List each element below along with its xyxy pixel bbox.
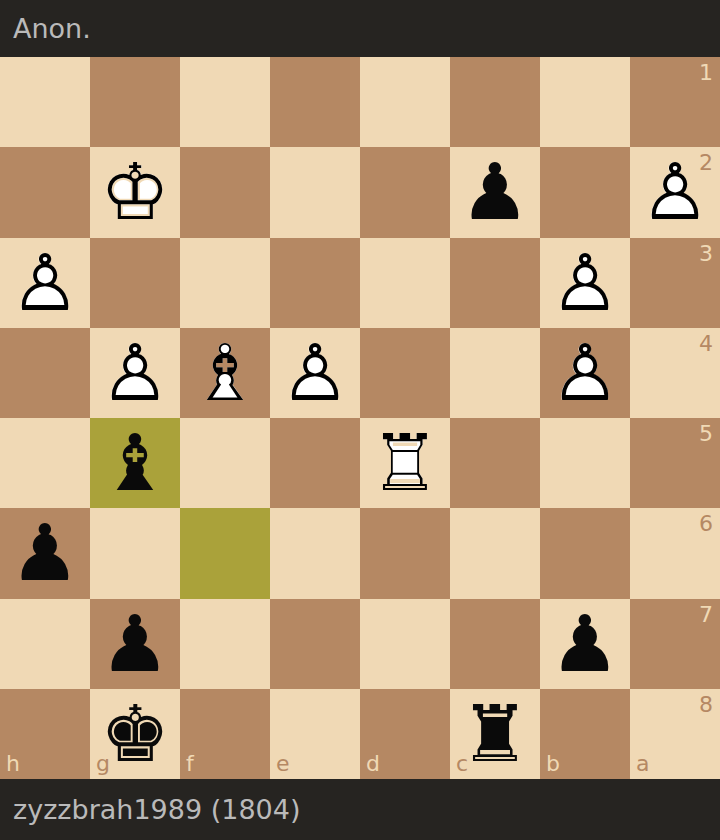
square-e1[interactable] — [270, 57, 360, 147]
black-pawn-piece[interactable]: ♟ — [90, 599, 180, 689]
square-g5[interactable]: ♝ — [90, 418, 180, 508]
black-pawn-piece[interactable]: ♟ — [450, 147, 540, 237]
square-g3[interactable] — [90, 238, 180, 328]
rank-label-1: 1 — [699, 62, 713, 84]
square-d1[interactable] — [360, 57, 450, 147]
square-b3[interactable]: ♟♙ — [540, 238, 630, 328]
square-b2[interactable] — [540, 147, 630, 237]
square-e7[interactable] — [270, 599, 360, 689]
black-piece-fill: ♟ — [90, 599, 180, 689]
square-b5[interactable] — [540, 418, 630, 508]
square-e6[interactable] — [270, 508, 360, 598]
square-b6[interactable] — [540, 508, 630, 598]
square-a8[interactable]: 8a — [630, 689, 720, 779]
black-piece-fill: ♟ — [540, 599, 630, 689]
black-piece-fill: ♝ — [90, 418, 180, 508]
white-piece-outline: ♔ — [90, 147, 180, 237]
square-a5[interactable]: 5 — [630, 418, 720, 508]
black-king-piece[interactable]: ♚ — [90, 689, 180, 779]
player-bar: zyzzbrah1989 (1804) — [0, 779, 720, 840]
white-pawn-piece[interactable]: ♟♙ — [540, 238, 630, 328]
white-pawn-piece[interactable]: ♟♙ — [630, 147, 720, 237]
white-piece-outline: ♖ — [360, 418, 450, 508]
square-g8[interactable]: ♚g — [90, 689, 180, 779]
square-g7[interactable]: ♟ — [90, 599, 180, 689]
square-f8[interactable]: f — [180, 689, 270, 779]
white-piece-outline: ♙ — [90, 328, 180, 418]
square-f4[interactable]: ♝♗ — [180, 328, 270, 418]
square-h4[interactable] — [0, 328, 90, 418]
square-g2[interactable]: ♚♔ — [90, 147, 180, 237]
black-pawn-piece[interactable]: ♟ — [0, 508, 90, 598]
square-g1[interactable] — [90, 57, 180, 147]
square-d2[interactable] — [360, 147, 450, 237]
square-a4[interactable]: 4 — [630, 328, 720, 418]
rank-label-6: 6 — [699, 513, 713, 535]
player-name: zyzzbrah1989 (1804) — [13, 794, 300, 825]
square-d5[interactable]: ♜♖ — [360, 418, 450, 508]
square-h7[interactable] — [0, 599, 90, 689]
square-c6[interactable] — [450, 508, 540, 598]
file-label-h: h — [6, 753, 20, 775]
square-a3[interactable]: 3 — [630, 238, 720, 328]
white-pawn-piece[interactable]: ♟♙ — [0, 238, 90, 328]
black-piece-fill: ♟ — [450, 147, 540, 237]
square-a6[interactable]: 6 — [630, 508, 720, 598]
white-king-piece[interactable]: ♚♔ — [90, 147, 180, 237]
white-piece-outline: ♙ — [540, 238, 630, 328]
white-rook-piece[interactable]: ♜♖ — [360, 418, 450, 508]
rank-label-5: 5 — [699, 423, 713, 445]
rank-label-8: 8 — [699, 694, 713, 716]
rank-label-4: 4 — [699, 333, 713, 355]
square-a1[interactable]: 1 — [630, 57, 720, 147]
square-c2[interactable]: ♟ — [450, 147, 540, 237]
black-bishop-piece[interactable]: ♝ — [90, 418, 180, 508]
square-d4[interactable] — [360, 328, 450, 418]
black-piece-fill: ♟ — [0, 508, 90, 598]
square-g4[interactable]: ♟♙ — [90, 328, 180, 418]
black-pawn-piece[interactable]: ♟ — [540, 599, 630, 689]
square-d8[interactable]: d — [360, 689, 450, 779]
chess-board[interactable]: 1♚♔♟♟♙2♟♙♟♙3♟♙♝♗♟♙♟♙4♝♜♖5♟6♟♟7h♚gfed♜cb8… — [0, 57, 720, 779]
black-piece-fill: ♜ — [450, 689, 540, 779]
opponent-name: Anon. — [13, 13, 91, 44]
white-piece-outline: ♗ — [180, 328, 270, 418]
opponent-bar: Anon. — [0, 0, 720, 57]
square-b8[interactable]: b — [540, 689, 630, 779]
rank-label-7: 7 — [699, 604, 713, 626]
square-h2[interactable] — [0, 147, 90, 237]
file-label-e: e — [276, 753, 290, 775]
black-rook-piece[interactable]: ♜ — [450, 689, 540, 779]
square-f2[interactable] — [180, 147, 270, 237]
square-f5[interactable] — [180, 418, 270, 508]
white-pawn-piece[interactable]: ♟♙ — [270, 328, 360, 418]
square-c3[interactable] — [450, 238, 540, 328]
square-e2[interactable] — [270, 147, 360, 237]
square-d7[interactable] — [360, 599, 450, 689]
square-c8[interactable]: ♜c — [450, 689, 540, 779]
square-d3[interactable] — [360, 238, 450, 328]
square-b7[interactable]: ♟ — [540, 599, 630, 689]
square-h1[interactable] — [0, 57, 90, 147]
square-b1[interactable] — [540, 57, 630, 147]
square-h6[interactable]: ♟ — [0, 508, 90, 598]
square-c7[interactable] — [450, 599, 540, 689]
file-label-b: b — [546, 753, 560, 775]
square-e8[interactable]: e — [270, 689, 360, 779]
square-a7[interactable]: 7 — [630, 599, 720, 689]
black-piece-fill: ♚ — [90, 689, 180, 779]
rank-label-3: 3 — [699, 243, 713, 265]
file-label-a: a — [636, 753, 649, 775]
square-c4[interactable] — [450, 328, 540, 418]
square-c5[interactable] — [450, 418, 540, 508]
white-piece-outline: ♙ — [270, 328, 360, 418]
square-h3[interactable]: ♟♙ — [0, 238, 90, 328]
square-b4[interactable]: ♟♙ — [540, 328, 630, 418]
square-h8[interactable]: h — [0, 689, 90, 779]
square-a2[interactable]: ♟♙2 — [630, 147, 720, 237]
square-f7[interactable] — [180, 599, 270, 689]
square-h5[interactable] — [0, 418, 90, 508]
white-piece-outline: ♙ — [540, 328, 630, 418]
file-label-d: d — [366, 753, 380, 775]
square-f6[interactable] — [180, 508, 270, 598]
square-c1[interactable] — [450, 57, 540, 147]
white-bishop-piece[interactable]: ♝♗ — [180, 328, 270, 418]
square-f3[interactable] — [180, 238, 270, 328]
white-pawn-piece[interactable]: ♟♙ — [90, 328, 180, 418]
white-pawn-piece[interactable]: ♟♙ — [540, 328, 630, 418]
white-piece-outline: ♙ — [0, 238, 90, 328]
white-piece-outline: ♙ — [630, 147, 720, 237]
square-g6[interactable] — [90, 508, 180, 598]
square-e4[interactable]: ♟♙ — [270, 328, 360, 418]
square-f1[interactable] — [180, 57, 270, 147]
square-e3[interactable] — [270, 238, 360, 328]
file-label-f: f — [186, 753, 194, 775]
square-e5[interactable] — [270, 418, 360, 508]
square-d6[interactable] — [360, 508, 450, 598]
